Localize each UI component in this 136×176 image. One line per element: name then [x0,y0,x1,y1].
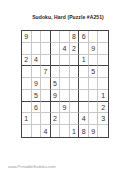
cell-r6c8 [89,90,99,102]
cell-r5c2: 9 [32,78,42,90]
cell-r6c7 [79,90,89,102]
cell-r6c9: 1 [98,90,108,102]
footer-url: www.PrintableSudoku.com [8,164,56,169]
cell-r2c8: 9 [89,43,99,55]
cell-r3c7: 1 [79,55,89,67]
cell-r3c8 [89,55,99,67]
cell-r8c8 [89,113,99,125]
cell-r3c6 [70,55,80,67]
cell-r9c8: 9 [89,125,99,137]
cell-r7c6 [70,102,80,114]
cell-r7c5: 9 [60,102,70,114]
cell-r8c2 [32,113,42,125]
cell-r2c4 [51,43,61,55]
cell-r2c3 [41,43,51,55]
cell-r8c3 [41,113,51,125]
puzzle-title: Sudoku, Hard (Puzzle #A251) [0,14,136,20]
cell-r6c4: 9 [51,90,61,102]
cell-r8c1: 1 [22,113,32,125]
cell-r4c5 [60,66,70,78]
cell-r9c6: 1 [70,125,80,137]
cell-r4c4 [51,66,61,78]
cell-r9c5 [60,125,70,137]
cell-r4c3: 7 [41,66,51,78]
cell-r7c1 [22,102,32,114]
cell-r3c3 [41,55,51,67]
cell-r3c4 [51,55,61,67]
cell-r1c8 [89,31,99,43]
cell-r5c8 [89,78,99,90]
cell-r7c3 [41,102,51,114]
cell-r1c2 [32,31,42,43]
cell-r1c7: 6 [79,31,89,43]
cell-r1c3 [41,31,51,43]
cell-r7c2: 6 [32,102,42,114]
cell-r2c7 [79,43,89,55]
cell-r4c7 [79,66,89,78]
cell-r4c2 [32,66,42,78]
cell-r2c1 [22,43,32,55]
cell-r5c4: 5 [51,78,61,90]
cell-r7c7 [79,102,89,114]
cell-r6c6 [70,90,80,102]
page: Sudoku, Hard (Puzzle #A251) 986429241759… [0,0,136,176]
cell-r5c9 [98,78,108,90]
cell-r5c6 [70,78,80,90]
cell-r2c6: 2 [70,43,80,55]
sudoku-grid: 986429241759559169212434189 [21,30,109,138]
cell-r9c3: 4 [41,125,51,137]
cell-r3c9 [98,55,108,67]
cell-r5c1 [22,78,32,90]
cell-r2c2 [32,43,42,55]
cell-r6c2: 5 [32,90,42,102]
cell-r5c3 [41,78,51,90]
cell-r1c1: 9 [22,31,32,43]
cell-r9c2 [32,125,42,137]
cell-r7c4 [51,102,61,114]
cell-r8c4: 2 [51,113,61,125]
cell-r1c5 [60,31,70,43]
cell-r8c5 [60,113,70,125]
cell-r9c1 [22,125,32,137]
cell-r4c1 [22,66,32,78]
cell-r4c6 [70,66,80,78]
cell-r6c1 [22,90,32,102]
cell-r6c3 [41,90,51,102]
cell-r7c9: 2 [98,102,108,114]
cell-r5c7 [79,78,89,90]
cell-r8c6 [70,113,80,125]
cell-r6c5 [60,90,70,102]
cell-r4c9 [98,66,108,78]
cell-r9c4 [51,125,61,137]
cell-r2c9 [98,43,108,55]
cell-r1c6: 8 [70,31,80,43]
cell-r5c5 [60,78,70,90]
cell-r2c5: 4 [60,43,70,55]
cell-r9c7: 8 [79,125,89,137]
cell-r9c9 [98,125,108,137]
cell-r3c2: 4 [32,55,42,67]
cell-r8c7: 4 [79,113,89,125]
cell-r4c8: 5 [89,66,99,78]
cell-r3c5 [60,55,70,67]
cell-r8c9: 3 [98,113,108,125]
cell-r7c8 [89,102,99,114]
cell-r3c1: 2 [22,55,32,67]
cell-r1c4 [51,31,61,43]
cell-r1c9 [98,31,108,43]
